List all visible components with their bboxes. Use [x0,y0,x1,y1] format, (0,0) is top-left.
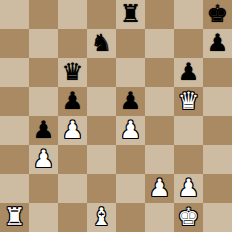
square-c1[interactable] [58,203,87,232]
square-f2[interactable]: ♟ [145,174,174,203]
square-h8[interactable]: ♚ [203,0,232,29]
square-e2[interactable] [116,174,145,203]
square-c6[interactable]: ♛ [58,58,87,87]
square-b8[interactable] [29,0,58,29]
chess-board: ♜♚♞♟♛♟♟♟♛♟♟♟♟♟♟♜♝♚ [0,0,232,232]
square-c8[interactable] [58,0,87,29]
square-a5[interactable] [0,87,29,116]
square-b4[interactable]: ♟ [29,116,58,145]
piece-black-pawn[interactable]: ♟ [33,116,55,145]
piece-black-rook[interactable]: ♜ [120,0,142,29]
piece-black-knight[interactable]: ♞ [91,29,113,58]
square-e6[interactable] [116,58,145,87]
square-d3[interactable] [87,145,116,174]
square-h3[interactable] [203,145,232,174]
piece-white-pawn[interactable]: ♟ [149,174,171,203]
square-d6[interactable] [87,58,116,87]
square-a4[interactable] [0,116,29,145]
square-g3[interactable] [174,145,203,174]
square-g4[interactable] [174,116,203,145]
piece-white-pawn[interactable]: ♟ [178,174,200,203]
square-b7[interactable] [29,29,58,58]
square-d5[interactable] [87,87,116,116]
square-d8[interactable] [87,0,116,29]
piece-black-pawn[interactable]: ♟ [120,87,142,116]
piece-white-pawn[interactable]: ♟ [120,116,142,145]
square-f7[interactable] [145,29,174,58]
square-b1[interactable] [29,203,58,232]
piece-black-pawn[interactable]: ♟ [207,29,229,58]
piece-black-pawn[interactable]: ♟ [62,87,84,116]
square-a1[interactable]: ♜ [0,203,29,232]
square-e1[interactable] [116,203,145,232]
square-g7[interactable] [174,29,203,58]
square-h4[interactable] [203,116,232,145]
piece-white-pawn[interactable]: ♟ [62,116,84,145]
square-a3[interactable] [0,145,29,174]
square-d4[interactable] [87,116,116,145]
square-e8[interactable]: ♜ [116,0,145,29]
square-h5[interactable] [203,87,232,116]
square-e3[interactable] [116,145,145,174]
square-c5[interactable]: ♟ [58,87,87,116]
square-g2[interactable]: ♟ [174,174,203,203]
square-b5[interactable] [29,87,58,116]
square-g6[interactable]: ♟ [174,58,203,87]
square-g1[interactable]: ♚ [174,203,203,232]
square-f8[interactable] [145,0,174,29]
piece-black-king[interactable]: ♚ [207,0,229,29]
square-a2[interactable] [0,174,29,203]
square-c4[interactable]: ♟ [58,116,87,145]
square-f3[interactable] [145,145,174,174]
square-a7[interactable] [0,29,29,58]
square-d2[interactable] [87,174,116,203]
square-h1[interactable] [203,203,232,232]
square-g5[interactable]: ♛ [174,87,203,116]
square-h6[interactable] [203,58,232,87]
square-d7[interactable]: ♞ [87,29,116,58]
square-b6[interactable] [29,58,58,87]
piece-white-king[interactable]: ♚ [178,203,200,232]
piece-black-queen[interactable]: ♛ [62,58,84,87]
square-e5[interactable]: ♟ [116,87,145,116]
square-e7[interactable] [116,29,145,58]
square-a6[interactable] [0,58,29,87]
piece-white-pawn[interactable]: ♟ [33,145,55,174]
square-g8[interactable] [174,0,203,29]
piece-white-rook[interactable]: ♜ [4,203,26,232]
square-d1[interactable]: ♝ [87,203,116,232]
square-b3[interactable]: ♟ [29,145,58,174]
piece-white-bishop[interactable]: ♝ [91,203,113,232]
square-e4[interactable]: ♟ [116,116,145,145]
square-c3[interactable] [58,145,87,174]
square-f4[interactable] [145,116,174,145]
square-b2[interactable] [29,174,58,203]
square-f6[interactable] [145,58,174,87]
square-h2[interactable] [203,174,232,203]
square-f5[interactable] [145,87,174,116]
piece-black-pawn[interactable]: ♟ [178,58,200,87]
square-c2[interactable] [58,174,87,203]
square-h7[interactable]: ♟ [203,29,232,58]
piece-white-queen[interactable]: ♛ [178,87,200,116]
square-a8[interactable] [0,0,29,29]
square-c7[interactable] [58,29,87,58]
square-f1[interactable] [145,203,174,232]
